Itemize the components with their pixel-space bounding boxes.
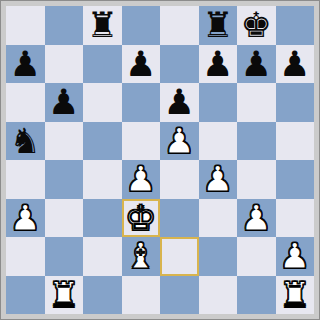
white-bishop[interactable]: ♝ (125, 237, 156, 276)
black-pawn[interactable]: ♟︎ (10, 45, 41, 84)
square-h8[interactable] (276, 6, 315, 45)
square-h4[interactable] (276, 160, 315, 199)
square-g4[interactable] (237, 160, 276, 199)
square-h3[interactable] (276, 199, 315, 238)
square-g2[interactable] (237, 237, 276, 276)
square-g5[interactable] (237, 122, 276, 161)
square-a1[interactable] (6, 276, 45, 315)
square-h1[interactable]: ♜ (276, 276, 315, 315)
square-d6[interactable] (122, 83, 161, 122)
square-c5[interactable] (83, 122, 122, 161)
square-b7[interactable] (45, 45, 84, 84)
black-pawn[interactable]: ♟︎ (279, 45, 310, 84)
chessboard: ♜♜♚♟︎♟︎♟︎♟︎♟︎♟︎♟︎♞♟︎♟︎♟︎♟︎♚♟︎♝♟︎♜♜ (6, 6, 314, 314)
square-h5[interactable] (276, 122, 315, 161)
square-d5[interactable] (122, 122, 161, 161)
square-e5[interactable]: ♟︎ (160, 122, 199, 161)
square-b5[interactable] (45, 122, 84, 161)
square-e7[interactable] (160, 45, 199, 84)
square-b8[interactable] (45, 6, 84, 45)
square-f3[interactable] (199, 199, 238, 238)
square-c2[interactable] (83, 237, 122, 276)
square-d1[interactable] (122, 276, 161, 315)
black-rook[interactable]: ♜ (202, 6, 233, 45)
square-f6[interactable] (199, 83, 238, 122)
square-c8[interactable]: ♜ (83, 6, 122, 45)
square-a2[interactable] (6, 237, 45, 276)
square-e2[interactable] (160, 237, 199, 276)
square-a8[interactable] (6, 6, 45, 45)
white-rook[interactable]: ♜ (48, 276, 79, 315)
square-a7[interactable]: ♟︎ (6, 45, 45, 84)
black-pawn[interactable]: ♟︎ (125, 45, 156, 84)
white-rook[interactable]: ♜ (279, 276, 310, 315)
square-b4[interactable] (45, 160, 84, 199)
square-g7[interactable]: ♟︎ (237, 45, 276, 84)
square-b3[interactable] (45, 199, 84, 238)
square-d2[interactable]: ♝ (122, 237, 161, 276)
white-pawn[interactable]: ♟︎ (10, 199, 41, 238)
board-frame: ♜♜♚♟︎♟︎♟︎♟︎♟︎♟︎♟︎♞♟︎♟︎♟︎♟︎♚♟︎♝♟︎♜♜ (0, 0, 320, 320)
black-knight[interactable]: ♞ (10, 122, 41, 161)
square-h2[interactable]: ♟︎ (276, 237, 315, 276)
square-a5[interactable]: ♞ (6, 122, 45, 161)
square-f8[interactable]: ♜ (199, 6, 238, 45)
white-pawn[interactable]: ♟︎ (279, 237, 310, 276)
square-h6[interactable] (276, 83, 315, 122)
square-a4[interactable] (6, 160, 45, 199)
black-rook[interactable]: ♜ (87, 6, 118, 45)
white-king[interactable]: ♚ (125, 199, 156, 238)
white-pawn[interactable]: ♟︎ (202, 160, 233, 199)
black-pawn[interactable]: ♟︎ (48, 83, 79, 122)
square-c3[interactable] (83, 199, 122, 238)
square-d3[interactable]: ♚ (122, 199, 161, 238)
square-c6[interactable] (83, 83, 122, 122)
square-b1[interactable]: ♜ (45, 276, 84, 315)
square-g3[interactable]: ♟︎ (237, 199, 276, 238)
square-e1[interactable] (160, 276, 199, 315)
square-e4[interactable] (160, 160, 199, 199)
square-a3[interactable]: ♟︎ (6, 199, 45, 238)
white-pawn[interactable]: ♟︎ (125, 160, 156, 199)
white-pawn[interactable]: ♟︎ (241, 199, 272, 238)
square-b2[interactable] (45, 237, 84, 276)
black-pawn[interactable]: ♟︎ (164, 83, 195, 122)
square-d8[interactable] (122, 6, 161, 45)
square-a6[interactable] (6, 83, 45, 122)
square-c7[interactable] (83, 45, 122, 84)
square-b6[interactable]: ♟︎ (45, 83, 84, 122)
square-g8[interactable]: ♚ (237, 6, 276, 45)
white-pawn[interactable]: ♟︎ (164, 122, 195, 161)
square-d4[interactable]: ♟︎ (122, 160, 161, 199)
square-f7[interactable]: ♟︎ (199, 45, 238, 84)
square-f1[interactable] (199, 276, 238, 315)
black-king[interactable]: ♚ (241, 6, 272, 45)
square-f5[interactable] (199, 122, 238, 161)
square-d7[interactable]: ♟︎ (122, 45, 161, 84)
square-g1[interactable] (237, 276, 276, 315)
square-e3[interactable] (160, 199, 199, 238)
square-f2[interactable] (199, 237, 238, 276)
square-e8[interactable] (160, 6, 199, 45)
black-pawn[interactable]: ♟︎ (241, 45, 272, 84)
square-g6[interactable] (237, 83, 276, 122)
square-h7[interactable]: ♟︎ (276, 45, 315, 84)
black-pawn[interactable]: ♟︎ (202, 45, 233, 84)
square-c4[interactable] (83, 160, 122, 199)
square-e6[interactable]: ♟︎ (160, 83, 199, 122)
square-c1[interactable] (83, 276, 122, 315)
square-f4[interactable]: ♟︎ (199, 160, 238, 199)
